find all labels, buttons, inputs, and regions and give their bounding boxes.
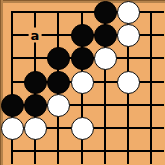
- black-stone: [24, 94, 47, 117]
- black-stone: [94, 1, 117, 24]
- black-stone: [94, 24, 117, 47]
- white-stone: [24, 117, 47, 140]
- white-stone: [47, 94, 70, 117]
- white-stone: [117, 1, 140, 24]
- grid-line-horizontal: [11, 150, 164, 152]
- point-label-a: a: [29, 28, 42, 43]
- black-stone: [47, 47, 70, 70]
- board-edge-left: [0, 0, 3, 165]
- white-stone: [94, 47, 117, 70]
- black-stone: [1, 94, 24, 117]
- white-stone: [117, 71, 140, 94]
- black-stone: [71, 24, 94, 47]
- black-stone: [47, 71, 70, 94]
- white-stone: [71, 117, 94, 140]
- white-stone: [117, 24, 140, 47]
- white-stone: [1, 117, 24, 140]
- board-edge-top: [0, 0, 165, 3]
- white-stone: [71, 71, 94, 94]
- black-stone: [71, 47, 94, 70]
- black-stone: [24, 71, 47, 94]
- grid-line-vertical: [150, 11, 152, 164]
- go-board: a: [0, 0, 165, 165]
